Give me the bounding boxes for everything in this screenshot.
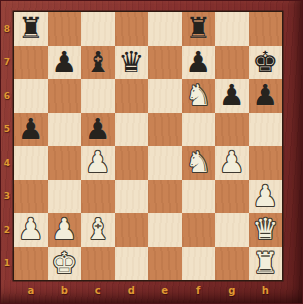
file-label-a: a [14, 280, 48, 300]
square-b6[interactable] [48, 79, 82, 113]
file-label-c: c [81, 280, 115, 300]
square-h1[interactable]: ♜ [249, 247, 283, 281]
piece-white-pawn[interactable]: ♟ [48, 213, 82, 247]
square-b8[interactable] [48, 12, 82, 46]
square-e2[interactable] [148, 213, 182, 247]
square-h2[interactable]: ♛ [249, 213, 283, 247]
piece-white-pawn[interactable]: ♟ [249, 180, 283, 214]
piece-white-knight[interactable]: ♞ [182, 146, 216, 180]
square-a4[interactable] [14, 146, 48, 180]
square-b4[interactable] [48, 146, 82, 180]
square-f6[interactable]: ♞ [182, 79, 216, 113]
square-h8[interactable] [249, 12, 283, 46]
square-c4[interactable]: ♟ [81, 146, 115, 180]
square-h7[interactable]: ♚ [249, 46, 283, 80]
square-e4[interactable] [148, 146, 182, 180]
square-e7[interactable] [148, 46, 182, 80]
square-g1[interactable] [215, 247, 249, 281]
square-g6[interactable]: ♟ [215, 79, 249, 113]
rank-label-2: 2 [0, 213, 14, 247]
rank-label-5: 5 [0, 113, 14, 147]
chess-board: ♜♜♟♝♛♟♚♞♟♟♟♟♟♞♟♟♟♟♝♛♚♜ [14, 12, 282, 280]
square-f2[interactable] [182, 213, 216, 247]
square-f3[interactable] [182, 180, 216, 214]
square-d6[interactable] [115, 79, 149, 113]
square-a7[interactable] [14, 46, 48, 80]
square-e3[interactable] [148, 180, 182, 214]
square-d8[interactable] [115, 12, 149, 46]
square-c3[interactable] [81, 180, 115, 214]
square-e5[interactable] [148, 113, 182, 147]
square-h6[interactable]: ♟ [249, 79, 283, 113]
file-label-b: b [48, 280, 82, 300]
square-f1[interactable] [182, 247, 216, 281]
square-a5[interactable]: ♟ [14, 113, 48, 147]
square-h3[interactable]: ♟ [249, 180, 283, 214]
piece-white-pawn[interactable]: ♟ [215, 146, 249, 180]
square-d1[interactable] [115, 247, 149, 281]
rank-label-3: 3 [0, 180, 14, 214]
piece-black-pawn[interactable]: ♟ [182, 46, 216, 80]
square-f7[interactable]: ♟ [182, 46, 216, 80]
piece-black-pawn[interactable]: ♟ [14, 113, 48, 147]
rank-labels: 87654321 [0, 12, 14, 280]
square-c7[interactable]: ♝ [81, 46, 115, 80]
piece-black-rook[interactable]: ♜ [182, 12, 216, 46]
square-c5[interactable]: ♟ [81, 113, 115, 147]
file-label-g: g [215, 280, 249, 300]
piece-black-pawn[interactable]: ♟ [81, 113, 115, 147]
chess-board-frame: 87654321 abcdefgh ♜♜♟♝♛♟♚♞♟♟♟♟♟♞♟♟♟♟♝♛♚♜ [0, 0, 303, 304]
rank-label-6: 6 [0, 79, 14, 113]
square-g7[interactable] [215, 46, 249, 80]
square-g5[interactable] [215, 113, 249, 147]
square-d5[interactable] [115, 113, 149, 147]
square-a8[interactable]: ♜ [14, 12, 48, 46]
rank-label-1: 1 [0, 247, 14, 281]
piece-white-pawn[interactable]: ♟ [81, 146, 115, 180]
square-a6[interactable] [14, 79, 48, 113]
square-g4[interactable]: ♟ [215, 146, 249, 180]
square-c2[interactable]: ♝ [81, 213, 115, 247]
square-b3[interactable] [48, 180, 82, 214]
square-d4[interactable] [115, 146, 149, 180]
piece-white-bishop[interactable]: ♝ [81, 213, 115, 247]
piece-black-king[interactable]: ♚ [249, 46, 283, 80]
square-c1[interactable] [81, 247, 115, 281]
square-f8[interactable]: ♜ [182, 12, 216, 46]
rank-label-4: 4 [0, 146, 14, 180]
piece-white-knight[interactable]: ♞ [182, 79, 216, 113]
square-b7[interactable]: ♟ [48, 46, 82, 80]
piece-white-pawn[interactable]: ♟ [14, 213, 48, 247]
square-g8[interactable] [215, 12, 249, 46]
piece-white-king[interactable]: ♚ [48, 247, 82, 281]
square-b2[interactable]: ♟ [48, 213, 82, 247]
piece-black-pawn[interactable]: ♟ [215, 79, 249, 113]
square-b5[interactable] [48, 113, 82, 147]
square-a3[interactable] [14, 180, 48, 214]
square-f5[interactable] [182, 113, 216, 147]
piece-white-queen[interactable]: ♛ [249, 213, 283, 247]
square-d3[interactable] [115, 180, 149, 214]
rank-label-7: 7 [0, 46, 14, 80]
piece-black-queen[interactable]: ♛ [115, 46, 149, 80]
square-b1[interactable]: ♚ [48, 247, 82, 281]
square-d7[interactable]: ♛ [115, 46, 149, 80]
rank-label-8: 8 [0, 12, 14, 46]
square-a2[interactable]: ♟ [14, 213, 48, 247]
square-g2[interactable] [215, 213, 249, 247]
piece-white-rook[interactable]: ♜ [249, 247, 283, 281]
square-h5[interactable] [249, 113, 283, 147]
square-c6[interactable] [81, 79, 115, 113]
square-g3[interactable] [215, 180, 249, 214]
file-labels: abcdefgh [14, 280, 282, 300]
square-d2[interactable] [115, 213, 149, 247]
file-label-h: h [249, 280, 283, 300]
square-e8[interactable] [148, 12, 182, 46]
file-label-d: d [115, 280, 149, 300]
square-f4[interactable]: ♞ [182, 146, 216, 180]
square-a1[interactable] [14, 247, 48, 281]
file-label-f: f [182, 280, 216, 300]
square-e1[interactable] [148, 247, 182, 281]
file-label-e: e [148, 280, 182, 300]
square-h4[interactable] [249, 146, 283, 180]
square-e6[interactable] [148, 79, 182, 113]
square-c8[interactable] [81, 12, 115, 46]
piece-black-bishop[interactable]: ♝ [81, 46, 115, 80]
piece-black-rook[interactable]: ♜ [14, 12, 48, 46]
piece-black-pawn[interactable]: ♟ [249, 79, 283, 113]
piece-black-pawn[interactable]: ♟ [48, 46, 82, 80]
